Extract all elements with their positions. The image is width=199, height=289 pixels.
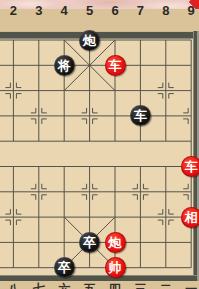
piece-red-elephant[interactable]: 相	[181, 207, 199, 228]
file-label-top-4: 4	[56, 3, 72, 18]
piece-red-chariot[interactable]: 车	[105, 55, 126, 76]
piece-black-general[interactable]: 将	[54, 55, 75, 76]
file-label-top-5: 5	[82, 3, 98, 18]
piece-black-soldier[interactable]: 卒	[79, 232, 100, 253]
piece-black-soldier[interactable]: 卒	[54, 257, 75, 278]
file-label-top-3: 3	[31, 3, 47, 18]
file-label-top-9: 9	[183, 3, 199, 18]
file-label-bottom-3: 七	[31, 281, 47, 289]
file-label-bottom-6: 四	[107, 281, 123, 289]
file-label-top-6: 6	[107, 3, 123, 18]
file-label-bottom-9: 一	[183, 281, 199, 289]
file-label-bottom-5: 五	[82, 281, 98, 289]
piece-black-cannon[interactable]: 炮	[79, 30, 100, 51]
file-label-top-2: 2	[5, 3, 21, 18]
file-label-bottom-8: 二	[158, 281, 174, 289]
file-label-bottom-2: 八	[5, 281, 21, 289]
file-label-bottom-7: 三	[132, 281, 148, 289]
file-label-top-7: 7	[132, 3, 148, 18]
piece-red-cannon[interactable]: 炮	[105, 232, 126, 253]
piece-red-general[interactable]: 帅	[105, 257, 126, 278]
file-label-top-8: 8	[158, 3, 174, 18]
piece-red-chariot[interactable]: 车	[181, 156, 199, 177]
xiangqi-board-window: 23456789八七六五四三二一炮将车车车相卒炮卒帅	[0, 0, 199, 289]
file-label-bottom-4: 六	[56, 281, 72, 289]
